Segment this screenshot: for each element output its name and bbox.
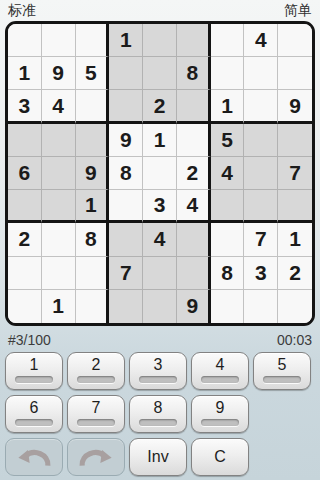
key-9[interactable]: 9 (191, 395, 249, 433)
cell-r1c8[interactable]: 4 (244, 24, 278, 57)
cell-r6c3[interactable]: 1 (76, 190, 110, 223)
cell-r7c8[interactable]: 7 (244, 223, 278, 256)
cell-r4c8[interactable] (244, 124, 278, 157)
cell-r6c5[interactable]: 3 (143, 190, 177, 223)
cell-r5c9[interactable]: 7 (278, 157, 312, 190)
top-bar: 标准 简单 (0, 0, 320, 21)
cell-r3c3[interactable] (76, 90, 110, 123)
cell-r9c1[interactable] (8, 290, 42, 323)
cell-r7c6[interactable] (177, 223, 211, 256)
cell-r4c9[interactable] (278, 124, 312, 157)
cell-r6c6[interactable]: 4 (177, 190, 211, 223)
remaining-indicator (263, 376, 301, 383)
cell-r5c5[interactable] (143, 157, 177, 190)
cell-r5c7[interactable]: 4 (211, 157, 245, 190)
cell-r8c5[interactable] (143, 257, 177, 290)
cell-r3c7[interactable]: 1 (211, 90, 245, 123)
cell-r5c2[interactable] (42, 157, 76, 190)
cell-r4c2[interactable] (42, 124, 76, 157)
status-bar: #3/100 00:03 (0, 330, 320, 350)
cell-r1c1[interactable] (8, 24, 42, 57)
cell-r8c9[interactable]: 2 (278, 257, 312, 290)
remaining-indicator (139, 376, 177, 383)
remaining-indicator (201, 376, 239, 383)
undo-button[interactable] (5, 438, 63, 476)
cell-r2c5[interactable] (143, 57, 177, 90)
remaining-indicator (15, 376, 53, 383)
cell-r9c6[interactable]: 9 (177, 290, 211, 323)
cell-r3c4[interactable] (109, 90, 143, 123)
cell-r1c2[interactable] (42, 24, 76, 57)
difficulty-label: 简单 (284, 2, 312, 20)
cell-r1c5[interactable] (143, 24, 177, 57)
cell-r7c7[interactable] (211, 223, 245, 256)
cell-r3c6[interactable] (177, 90, 211, 123)
cell-r7c9[interactable]: 1 (278, 223, 312, 256)
key-1[interactable]: 1 (5, 352, 63, 390)
cell-r4c7[interactable]: 5 (211, 124, 245, 157)
key-7[interactable]: 7 (67, 395, 125, 433)
mode-label: 标准 (8, 2, 36, 20)
invert-button[interactable]: Inv (129, 438, 187, 476)
cell-r9c4[interactable] (109, 290, 143, 323)
cell-r1c3[interactable] (76, 24, 110, 57)
cell-r2c1[interactable]: 1 (8, 57, 42, 90)
cell-r3c8[interactable] (244, 90, 278, 123)
key-4[interactable]: 4 (191, 352, 249, 390)
cell-r8c3[interactable] (76, 257, 110, 290)
remaining-indicator (139, 419, 177, 426)
key-2[interactable]: 2 (67, 352, 125, 390)
cell-r2c3[interactable]: 5 (76, 57, 110, 90)
remaining-indicator (77, 419, 115, 426)
cell-r8c2[interactable] (42, 257, 76, 290)
cell-r9c3[interactable] (76, 290, 110, 323)
cell-r9c5[interactable] (143, 290, 177, 323)
cell-r6c1[interactable] (8, 190, 42, 223)
cell-r5c6[interactable]: 2 (177, 157, 211, 190)
cell-r1c6[interactable] (177, 24, 211, 57)
cell-r6c9[interactable] (278, 190, 312, 223)
cell-r5c3[interactable]: 9 (76, 157, 110, 190)
cell-r3c2[interactable]: 4 (42, 90, 76, 123)
cell-r3c1[interactable]: 3 (8, 90, 42, 123)
cell-r2c4[interactable] (109, 57, 143, 90)
undo-arrow-icon (14, 444, 54, 470)
cell-r2c7[interactable] (211, 57, 245, 90)
cell-r9c7[interactable] (211, 290, 245, 323)
cell-r8c1[interactable] (8, 257, 42, 290)
remaining-indicator (77, 376, 115, 383)
cell-r2c6[interactable]: 8 (177, 57, 211, 90)
cell-r5c8[interactable] (244, 157, 278, 190)
cell-r6c2[interactable] (42, 190, 76, 223)
cell-r9c9[interactable] (278, 290, 312, 323)
remaining-indicator (15, 419, 53, 426)
redo-arrow-icon (76, 444, 116, 470)
cell-r7c2[interactable] (42, 223, 76, 256)
puzzle-counter: #3/100 (8, 332, 51, 348)
cell-r7c3[interactable]: 8 (76, 223, 110, 256)
cell-r5c1[interactable]: 6 (8, 157, 42, 190)
clear-button[interactable]: C (191, 438, 249, 476)
key-8[interactable]: 8 (129, 395, 187, 433)
cell-r4c1[interactable] (8, 124, 42, 157)
cell-r5c4[interactable]: 8 (109, 157, 143, 190)
cell-r6c4[interactable] (109, 190, 143, 223)
sudoku-board: 1419583421991569824713428471783219 (5, 21, 315, 326)
cell-r7c1[interactable]: 2 (8, 223, 42, 256)
cell-r8c6[interactable] (177, 257, 211, 290)
cell-r8c4[interactable]: 7 (109, 257, 143, 290)
remaining-indicator (201, 419, 239, 426)
key-5[interactable]: 5 (253, 352, 311, 390)
cell-r3c5[interactable]: 2 (143, 90, 177, 123)
cell-r9c8[interactable] (244, 290, 278, 323)
timer: 00:03 (277, 332, 312, 348)
cell-r8c8[interactable]: 3 (244, 257, 278, 290)
key-6[interactable]: 6 (5, 395, 63, 433)
cell-r9c2[interactable]: 1 (42, 290, 76, 323)
cell-r6c7[interactable] (211, 190, 245, 223)
cell-r1c9[interactable] (278, 24, 312, 57)
cell-r4c6[interactable] (177, 124, 211, 157)
cell-r7c4[interactable] (109, 223, 143, 256)
cell-r8c7[interactable]: 8 (211, 257, 245, 290)
key-3[interactable]: 3 (129, 352, 187, 390)
cell-r4c3[interactable] (76, 124, 110, 157)
cell-r1c4[interactable]: 1 (109, 24, 143, 57)
redo-button[interactable] (67, 438, 125, 476)
cell-r6c8[interactable] (244, 190, 278, 223)
cell-r4c5[interactable]: 1 (143, 124, 177, 157)
cell-r7c5[interactable]: 4 (143, 223, 177, 256)
cell-r3c9[interactable]: 9 (278, 90, 312, 123)
cell-r2c2[interactable]: 9 (42, 57, 76, 90)
cell-r1c7[interactable] (211, 24, 245, 57)
cell-r4c4[interactable]: 9 (109, 124, 143, 157)
cell-r2c9[interactable] (278, 57, 312, 90)
cell-r2c8[interactable] (244, 57, 278, 90)
